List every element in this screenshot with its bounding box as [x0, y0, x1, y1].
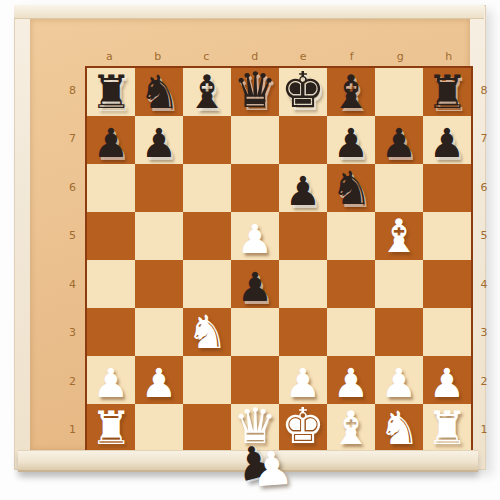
file-label-c: c — [182, 50, 231, 63]
file-label-b: b — [134, 50, 183, 63]
square-d5[interactable]: ♟ — [231, 212, 279, 260]
square-g8[interactable] — [375, 68, 423, 116]
square-f8[interactable]: ♝ — [327, 68, 375, 116]
square-c4[interactable] — [183, 260, 231, 308]
square-a5[interactable] — [87, 212, 135, 260]
square-b1[interactable] — [135, 404, 183, 452]
square-h3[interactable] — [423, 308, 471, 356]
piece-black-pawn[interactable]: ♟ — [381, 123, 417, 163]
square-d7[interactable] — [231, 116, 279, 164]
piece-black-pawn[interactable]: ♟ — [333, 123, 369, 163]
square-h1[interactable]: ♜ — [423, 404, 471, 452]
square-e4[interactable] — [279, 260, 327, 308]
piece-white-pawn[interactable]: ♟ — [237, 219, 273, 259]
piece-white-knight[interactable]: ♞ — [378, 405, 419, 451]
file-labels-top: abcdefgh — [85, 39, 473, 65]
chess-board: abcdefgh abcdefgh 87654321 87654321 ♜♞♝♛… — [30, 19, 470, 451]
square-h7[interactable]: ♟ — [423, 116, 471, 164]
rank-label-5: 5 — [471, 212, 497, 261]
square-c1[interactable] — [183, 404, 231, 452]
rank-label-3: 3 — [60, 309, 85, 358]
square-d6[interactable] — [231, 164, 279, 212]
square-d8[interactable]: ♛ — [231, 68, 279, 116]
rank-label-8: 8 — [471, 66, 497, 115]
square-b4[interactable] — [135, 260, 183, 308]
file-label-g: g — [376, 50, 425, 63]
rank-label-3: 3 — [471, 309, 497, 358]
tray-piece-white-pawn[interactable]: ♟ — [249, 444, 294, 494]
piece-white-pawn[interactable]: ♟ — [333, 363, 369, 403]
square-c3[interactable]: ♞ — [183, 308, 231, 356]
piece-white-rook[interactable]: ♜ — [90, 405, 131, 451]
piece-black-rook[interactable]: ♜ — [426, 69, 467, 115]
piece-white-pawn[interactable]: ♟ — [429, 363, 465, 403]
square-g3[interactable] — [375, 308, 423, 356]
square-f2[interactable]: ♟ — [327, 356, 375, 404]
square-f6[interactable]: ♞ — [327, 164, 375, 212]
piece-black-king[interactable]: ♚ — [281, 66, 325, 115]
piece-black-bishop[interactable]: ♝ — [186, 69, 227, 115]
square-h4[interactable] — [423, 260, 471, 308]
file-label-f: f — [328, 50, 377, 63]
piece-white-pawn[interactable]: ♟ — [93, 363, 129, 403]
square-g4[interactable] — [375, 260, 423, 308]
piece-black-rook[interactable]: ♜ — [90, 69, 131, 115]
square-g5[interactable]: ♝ — [375, 212, 423, 260]
piece-black-knight[interactable]: ♞ — [138, 69, 179, 115]
square-f3[interactable] — [327, 308, 375, 356]
square-e2[interactable]: ♟ — [279, 356, 327, 404]
rank-label-6: 6 — [471, 163, 497, 212]
square-g1[interactable]: ♞ — [375, 404, 423, 452]
board-grid: ♜♞♝♛♚♝♜♟♟♟♟♟♟♞♟♝♟♞♟♟♟♟♟♟♜♛♚♝♞♜ — [85, 66, 473, 454]
square-g6[interactable] — [375, 164, 423, 212]
rank-label-1: 1 — [60, 406, 85, 455]
piece-white-pawn[interactable]: ♟ — [141, 363, 177, 403]
board-frame-top-rail — [14, 5, 484, 19]
square-f5[interactable] — [327, 212, 375, 260]
piece-black-pawn[interactable]: ♟ — [237, 267, 273, 307]
square-e8[interactable]: ♚ — [279, 68, 327, 116]
rank-label-2: 2 — [471, 357, 497, 406]
square-b8[interactable]: ♞ — [135, 68, 183, 116]
piece-black-queen[interactable]: ♛ — [233, 66, 277, 115]
piece-black-knight[interactable]: ♞ — [330, 165, 371, 211]
square-c8[interactable]: ♝ — [183, 68, 231, 116]
square-d4[interactable]: ♟ — [231, 260, 279, 308]
file-label-h: h — [425, 50, 474, 63]
square-c7[interactable] — [183, 116, 231, 164]
piece-black-pawn[interactable]: ♟ — [141, 123, 177, 163]
rank-label-7: 7 — [60, 115, 85, 164]
square-e5[interactable] — [279, 212, 327, 260]
rank-label-5: 5 — [60, 212, 85, 261]
piece-white-knight[interactable]: ♞ — [186, 309, 227, 355]
piece-black-pawn[interactable]: ♟ — [429, 123, 465, 163]
square-e3[interactable] — [279, 308, 327, 356]
rank-labels-left: 87654321 — [60, 66, 85, 454]
square-a7[interactable]: ♟ — [87, 116, 135, 164]
square-a2[interactable]: ♟ — [87, 356, 135, 404]
square-f4[interactable] — [327, 260, 375, 308]
screenshot-stage: abcdefgh abcdefgh 87654321 87654321 ♜♞♝♛… — [0, 0, 500, 500]
square-h2[interactable]: ♟ — [423, 356, 471, 404]
piece-white-bishop[interactable]: ♝ — [378, 213, 419, 259]
square-e6[interactable]: ♟ — [279, 164, 327, 212]
piece-black-pawn[interactable]: ♟ — [285, 171, 321, 211]
square-f1[interactable]: ♝ — [327, 404, 375, 452]
piece-black-pawn[interactable]: ♟ — [93, 123, 129, 163]
square-h5[interactable] — [423, 212, 471, 260]
square-b5[interactable] — [135, 212, 183, 260]
piece-white-bishop[interactable]: ♝ — [330, 405, 371, 451]
piece-white-rook[interactable]: ♜ — [426, 405, 467, 451]
rank-labels-right: 87654321 — [471, 66, 497, 454]
square-a4[interactable] — [87, 260, 135, 308]
square-b3[interactable] — [135, 308, 183, 356]
rank-label-2: 2 — [60, 357, 85, 406]
square-c2[interactable] — [183, 356, 231, 404]
rank-label-1: 1 — [471, 406, 497, 455]
rank-label-8: 8 — [60, 66, 85, 115]
square-g7[interactable]: ♟ — [375, 116, 423, 164]
rank-label-6: 6 — [60, 163, 85, 212]
square-d3[interactable] — [231, 308, 279, 356]
rank-label-7: 7 — [471, 115, 497, 164]
square-a6[interactable] — [87, 164, 135, 212]
square-b6[interactable] — [135, 164, 183, 212]
square-c5[interactable] — [183, 212, 231, 260]
square-e7[interactable] — [279, 116, 327, 164]
square-h8[interactable]: ♜ — [423, 68, 471, 116]
rank-label-4: 4 — [60, 260, 85, 309]
square-a8[interactable]: ♜ — [87, 68, 135, 116]
piece-white-pawn[interactable]: ♟ — [285, 363, 321, 403]
square-a3[interactable] — [87, 308, 135, 356]
piece-black-bishop[interactable]: ♝ — [330, 69, 371, 115]
square-a1[interactable]: ♜ — [87, 404, 135, 452]
square-h6[interactable] — [423, 164, 471, 212]
square-b7[interactable]: ♟ — [135, 116, 183, 164]
square-f7[interactable]: ♟ — [327, 116, 375, 164]
square-c6[interactable] — [183, 164, 231, 212]
piece-white-pawn[interactable]: ♟ — [381, 363, 417, 403]
rank-label-4: 4 — [471, 260, 497, 309]
square-g2[interactable]: ♟ — [375, 356, 423, 404]
square-b2[interactable]: ♟ — [135, 356, 183, 404]
square-d2[interactable] — [231, 356, 279, 404]
file-label-a: a — [85, 50, 134, 63]
